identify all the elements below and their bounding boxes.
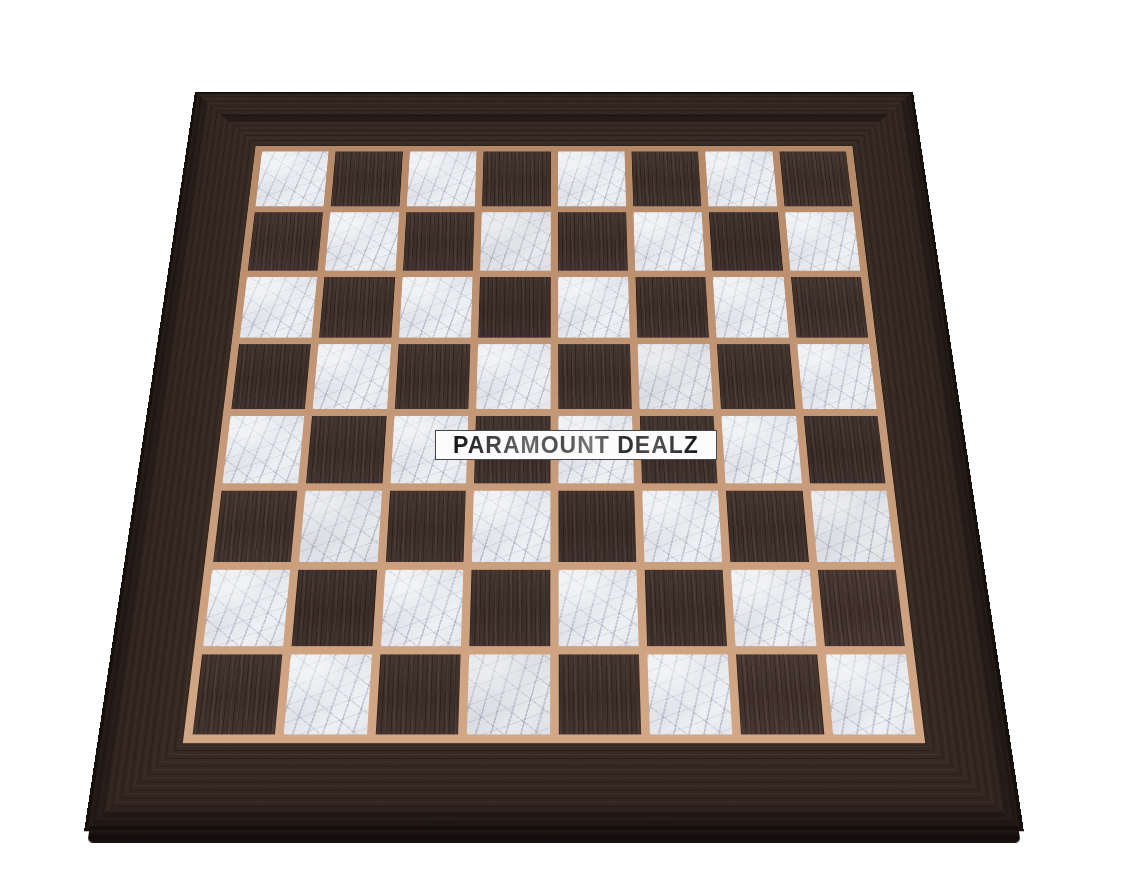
square-a4 <box>222 415 304 483</box>
square-b8 <box>331 151 403 206</box>
square-c8 <box>407 151 477 206</box>
square-c1 <box>375 654 460 734</box>
square-f7 <box>633 213 705 271</box>
watermark-text: PARAMOUNT DEALZ <box>453 434 699 457</box>
square-c2 <box>381 570 464 646</box>
board-bottom-edge <box>87 830 1020 842</box>
square-e8 <box>558 151 626 206</box>
square-h1 <box>825 654 915 734</box>
square-a1 <box>193 654 283 734</box>
square-a3 <box>213 491 298 563</box>
square-d8 <box>482 151 550 206</box>
chess-board <box>84 92 1024 832</box>
square-b4 <box>306 415 386 483</box>
square-h4 <box>803 415 885 483</box>
square-h6 <box>791 277 869 338</box>
square-a5 <box>231 344 311 408</box>
square-g7 <box>709 213 783 271</box>
square-c3 <box>386 491 466 563</box>
square-e7 <box>558 213 628 271</box>
square-b2 <box>292 570 377 646</box>
board-frame-bottom <box>84 743 1024 831</box>
square-f1 <box>647 654 732 734</box>
square-d2 <box>469 570 549 646</box>
square-f8 <box>631 151 701 206</box>
square-c5 <box>395 344 471 408</box>
square-d6 <box>478 277 550 338</box>
product-photo: PARAMOUNT DEALZ <box>0 0 1140 893</box>
square-g8 <box>705 151 777 206</box>
square-g5 <box>717 344 795 408</box>
square-g3 <box>726 491 808 563</box>
square-e5 <box>558 344 632 408</box>
square-b5 <box>313 344 391 408</box>
square-a8 <box>255 151 328 206</box>
square-d1 <box>467 654 550 734</box>
square-c6 <box>399 277 473 338</box>
square-f3 <box>642 491 722 563</box>
square-a6 <box>240 277 318 338</box>
square-g2 <box>731 570 816 646</box>
square-g1 <box>736 654 824 734</box>
square-h5 <box>797 344 877 408</box>
square-b1 <box>284 654 372 734</box>
board-frame-top <box>187 92 921 146</box>
square-e3 <box>558 491 636 563</box>
square-c7 <box>403 213 475 271</box>
square-h2 <box>818 570 905 646</box>
square-b6 <box>319 277 395 338</box>
square-g6 <box>713 277 789 338</box>
square-g4 <box>722 415 802 483</box>
square-f2 <box>645 570 728 646</box>
square-e2 <box>558 570 638 646</box>
square-h3 <box>810 491 895 563</box>
square-a7 <box>248 213 323 271</box>
watermark-label: PARAMOUNT DEALZ <box>435 430 717 460</box>
square-h7 <box>785 213 860 271</box>
square-f6 <box>635 277 709 338</box>
square-h8 <box>779 151 852 206</box>
square-b3 <box>299 491 381 563</box>
square-d5 <box>476 344 550 408</box>
square-b7 <box>325 213 399 271</box>
square-a2 <box>203 570 290 646</box>
square-f5 <box>637 344 713 408</box>
square-e6 <box>558 277 630 338</box>
square-d3 <box>472 491 550 563</box>
square-d7 <box>480 213 550 271</box>
square-e1 <box>558 654 641 734</box>
